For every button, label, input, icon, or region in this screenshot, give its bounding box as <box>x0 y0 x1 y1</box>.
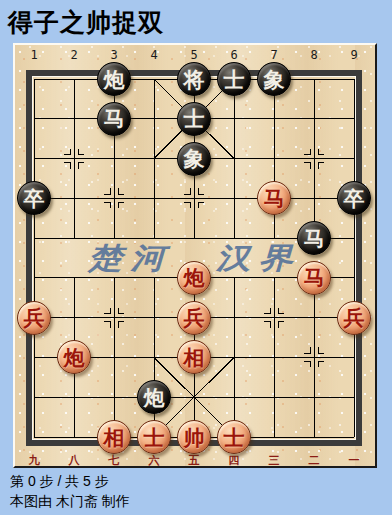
bottom-col-label-9: 一 <box>349 455 360 466</box>
bottom-col-label-4: 六 <box>149 455 160 466</box>
top-col-label-4: 4 <box>150 49 157 61</box>
piece-red-cannon[interactable]: 炮 <box>177 261 211 295</box>
bottom-col-label-1: 九 <box>29 455 40 466</box>
piece-red-elephant[interactable]: 相 <box>97 420 131 454</box>
piece-black-general[interactable]: 将 <box>177 62 211 96</box>
bottom-col-label-3: 七 <box>109 455 120 466</box>
top-col-label-5: 5 <box>190 49 197 61</box>
piece-black-cannon[interactable]: 炮 <box>137 380 171 414</box>
top-col-label-7: 7 <box>270 49 277 61</box>
bottom-col-label-8: 二 <box>309 455 320 466</box>
river-text-left: 楚河 <box>88 239 173 279</box>
piece-black-elephant[interactable]: 象 <box>177 142 211 176</box>
move-counter: 第 0 步 / 共 5 步 <box>10 473 109 491</box>
top-col-label-8: 8 <box>310 49 317 61</box>
piece-black-advisor[interactable]: 士 <box>177 102 211 136</box>
piece-red-soldier[interactable]: 兵 <box>177 301 211 335</box>
piece-red-advisor[interactable]: 士 <box>217 420 251 454</box>
piece-red-advisor[interactable]: 士 <box>137 420 171 454</box>
piece-black-cannon[interactable]: 炮 <box>97 62 131 96</box>
top-col-label-9: 9 <box>350 49 357 61</box>
piece-red-soldier[interactable]: 兵 <box>17 301 51 335</box>
river-text-right: 汉界 <box>216 239 301 279</box>
top-col-label-6: 6 <box>230 49 237 61</box>
xiangqi-app: 得子之帅捉双 楚河 汉界 123456789九八七六五四三二一 炮将士象马士象卒… <box>0 0 392 515</box>
credit-text: 本图由 木门斋 制作 <box>10 493 130 511</box>
piece-black-advisor[interactable]: 士 <box>217 62 251 96</box>
puzzle-title: 得子之帅捉双 <box>8 6 164 39</box>
piece-black-horse[interactable]: 马 <box>297 221 331 255</box>
piece-red-soldier[interactable]: 兵 <box>337 301 371 335</box>
bottom-col-label-2: 八 <box>69 455 80 466</box>
bottom-col-label-7: 三 <box>269 455 280 466</box>
piece-black-elephant[interactable]: 象 <box>257 62 291 96</box>
bottom-col-label-5: 五 <box>189 455 200 466</box>
top-col-label-1: 1 <box>30 49 37 61</box>
piece-red-horse[interactable]: 马 <box>297 261 331 295</box>
top-col-label-3: 3 <box>110 49 117 61</box>
piece-red-general[interactable]: 帅 <box>177 420 211 454</box>
bottom-col-label-6: 四 <box>229 455 240 466</box>
piece-black-horse[interactable]: 马 <box>97 102 131 136</box>
top-col-label-2: 2 <box>70 49 77 61</box>
